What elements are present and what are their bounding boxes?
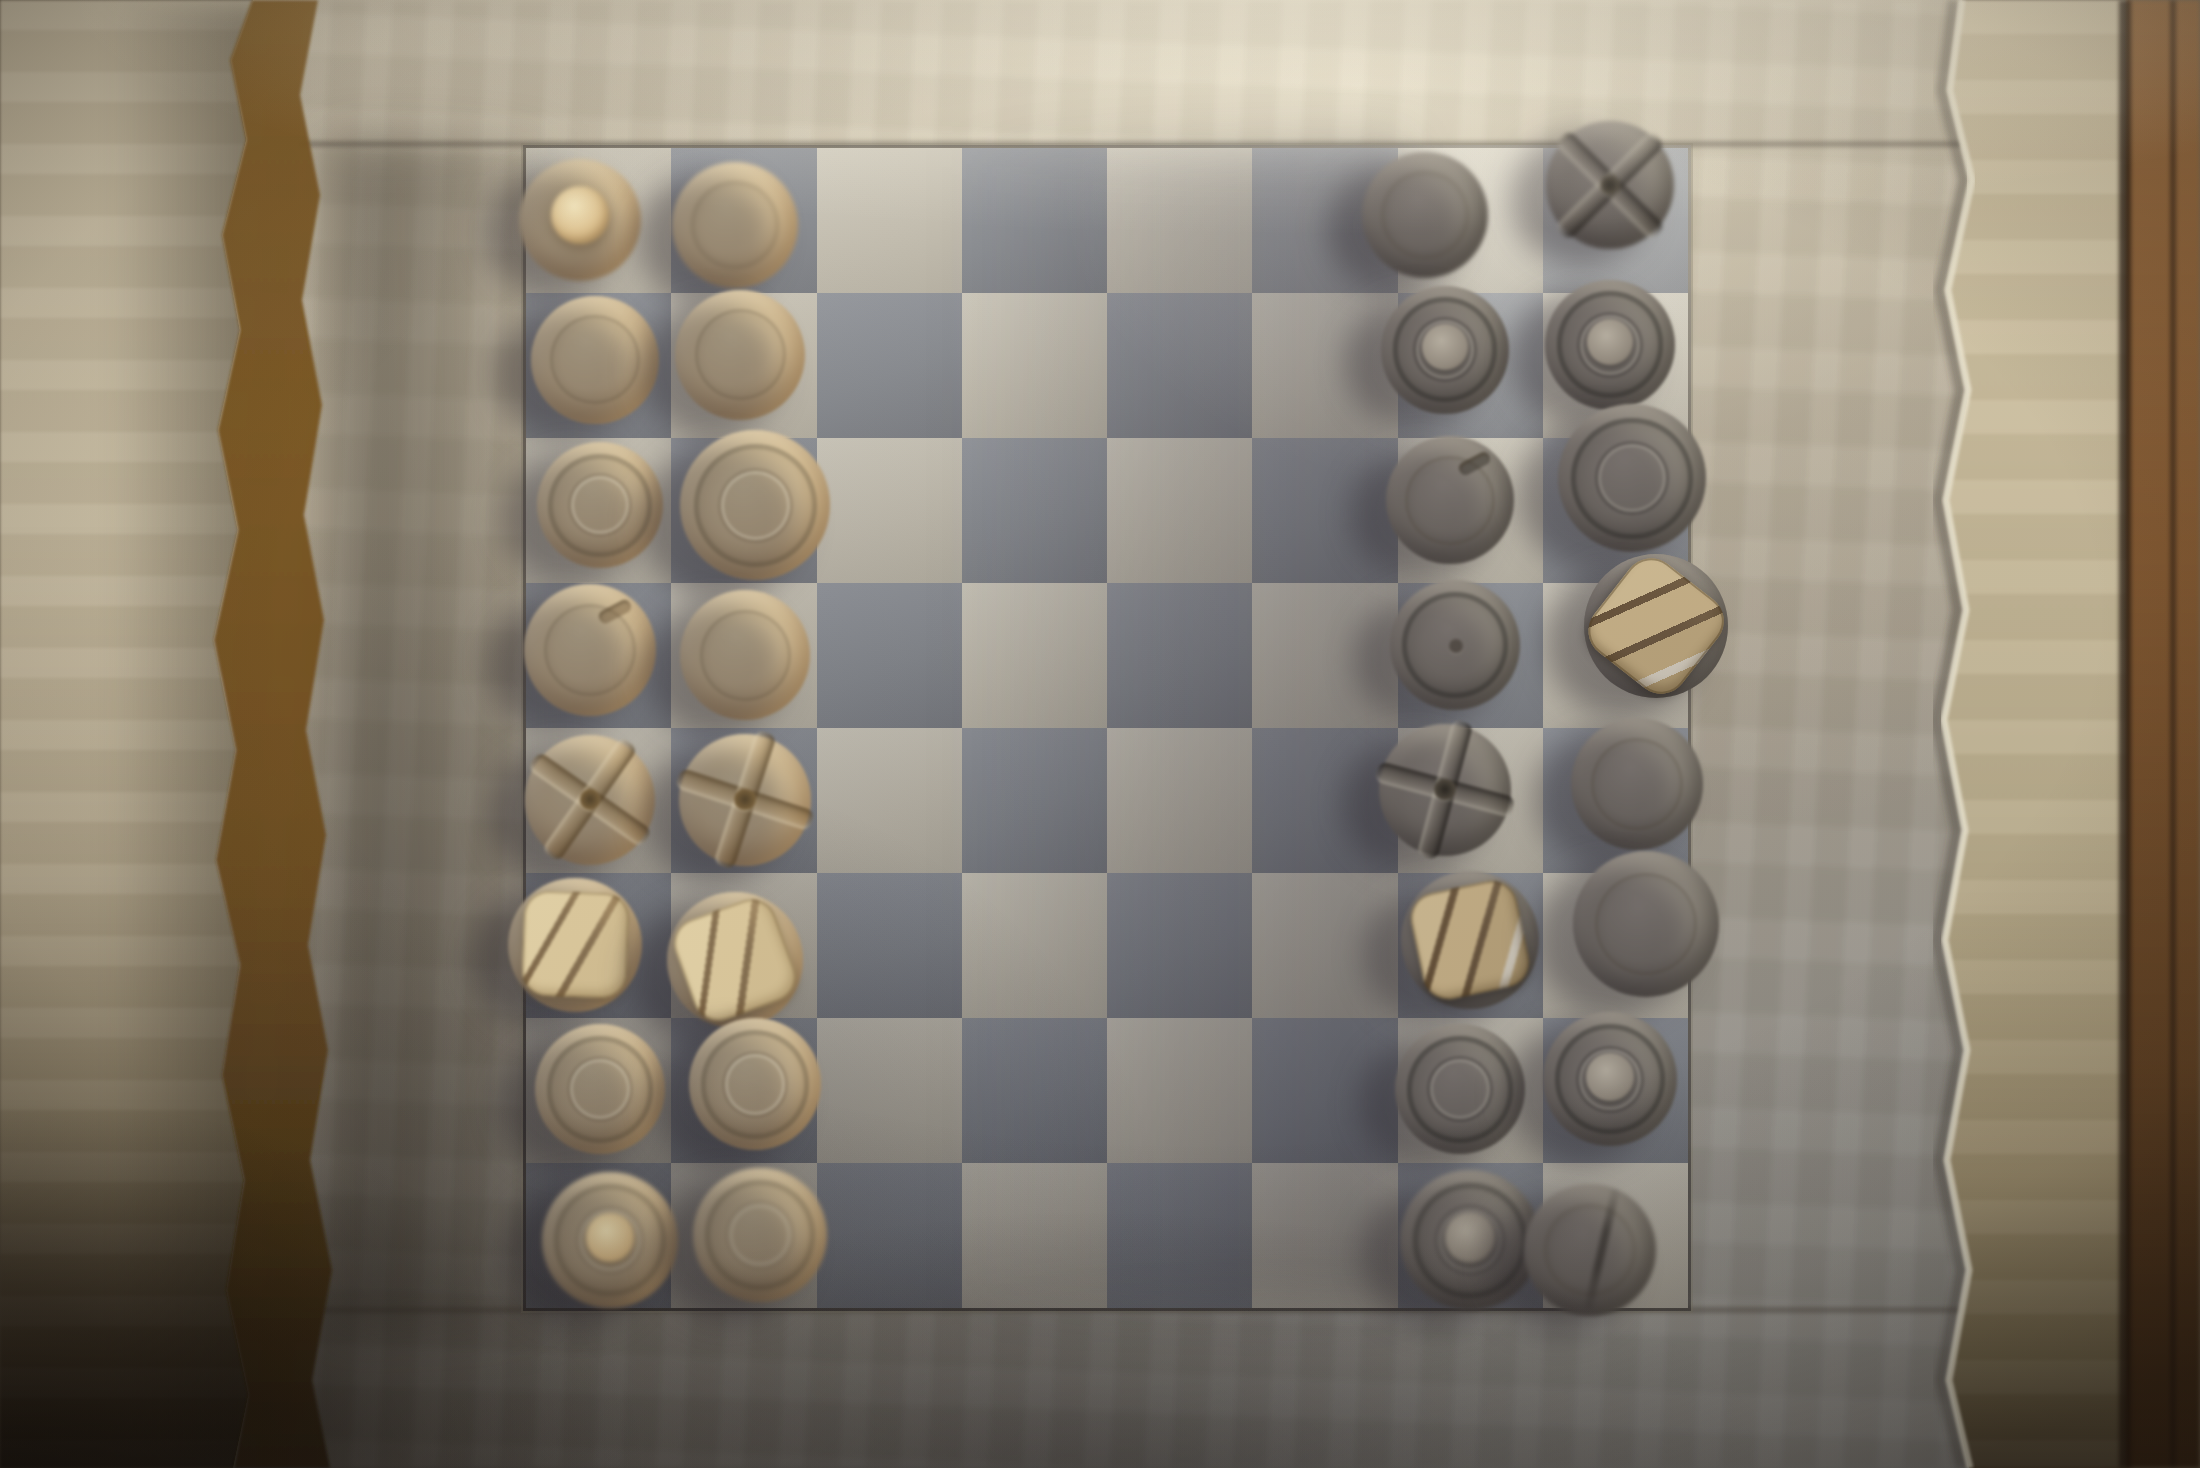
white-knight-glyph: ♘ (508, 878, 642, 1012)
black-pawn[interactable]: ♟ (1395, 1024, 1525, 1154)
black-pawn[interactable]: ♟ (1524, 1184, 1656, 1316)
white-bishop-glyph: ♗ (525, 735, 655, 865)
white-rook-glyph: ♖ (524, 584, 656, 716)
white-king[interactable]: ♔ (519, 159, 641, 281)
black-bishop[interactable]: ♝ (1379, 724, 1511, 856)
black-pawn[interactable]: ♟ (1571, 718, 1703, 850)
black-pawn[interactable]: ♟ (1390, 580, 1520, 710)
white-king-glyph: ♔ (519, 159, 641, 281)
black-pawn[interactable]: ♟ (1362, 152, 1488, 278)
black-bishop-glyph: ♝ (1546, 121, 1674, 249)
white-rook[interactable]: ♖ (524, 584, 656, 716)
white-knight[interactable]: ♘ (667, 892, 803, 1028)
black-king-glyph: ♚ (1558, 404, 1706, 552)
black-knight-glyph: ♞ (1401, 871, 1539, 1009)
white-pawn[interactable]: ♙ (693, 1168, 827, 1302)
overhead-photo-stone-chess-set: ♔♙♙♙♙♕♖♙♗♗♘♘♙♙♖♙♟♝♟♟♟♚♟♞♝♟♞♛♟♜♜♟ (0, 0, 2200, 1468)
white-pawn-glyph: ♙ (672, 162, 798, 288)
pieces-layer: ♔♙♙♙♙♕♖♙♗♗♘♘♙♙♖♙♟♝♟♟♟♚♟♞♝♟♞♛♟♜♜♟ (0, 0, 2200, 1468)
black-queen[interactable]: ♛ (1573, 851, 1719, 997)
wood-plank-gap (2119, 0, 2131, 1468)
white-bishop[interactable]: ♗ (525, 735, 655, 865)
black-pawn-glyph: ♟ (1524, 1184, 1656, 1316)
white-bishop[interactable]: ♗ (679, 734, 811, 866)
black-knight-glyph: ♞ (1584, 554, 1728, 698)
black-pawn-glyph: ♟ (1381, 286, 1509, 414)
white-pawn[interactable]: ♙ (675, 290, 805, 420)
white-knight[interactable]: ♘ (508, 878, 642, 1012)
white-pawn-glyph: ♙ (535, 1024, 665, 1154)
black-knight[interactable]: ♞ (1401, 871, 1539, 1009)
white-pawn-glyph: ♙ (680, 590, 810, 720)
black-pawn-glyph: ♟ (1545, 280, 1675, 410)
black-pawn[interactable]: ♟ (1386, 436, 1514, 564)
black-pawn-glyph: ♟ (1362, 152, 1488, 278)
white-bishop-glyph: ♗ (679, 734, 811, 866)
stone-slab: ♔♙♙♙♙♕♖♙♗♗♘♘♙♙♖♙♟♝♟♟♟♚♟♞♝♟♞♛♟♜♜♟ (0, 0, 2200, 1468)
white-pawn[interactable]: ♙ (672, 162, 798, 288)
black-king[interactable]: ♚ (1558, 404, 1706, 552)
black-rook-glyph: ♜ (1543, 1012, 1677, 1146)
black-bishop[interactable]: ♝ (1546, 121, 1674, 249)
white-pawn-glyph: ♙ (675, 290, 805, 420)
white-pawn[interactable]: ♙ (680, 590, 810, 720)
black-pawn[interactable]: ♟ (1381, 286, 1509, 414)
black-knight[interactable]: ♞ (1584, 554, 1728, 698)
white-queen[interactable]: ♕ (680, 430, 830, 580)
black-pawn-glyph: ♟ (1395, 1024, 1525, 1154)
black-rook[interactable]: ♜ (1543, 1012, 1677, 1146)
black-pawn-glyph: ♟ (1571, 718, 1703, 850)
black-pawn-glyph: ♟ (1386, 436, 1514, 564)
black-queen-glyph: ♛ (1573, 851, 1719, 997)
white-pawn-glyph: ♙ (689, 1018, 821, 1150)
white-knight-glyph: ♘ (667, 892, 803, 1028)
white-pawn[interactable]: ♙ (689, 1018, 821, 1150)
black-pawn[interactable]: ♟ (1545, 280, 1675, 410)
white-queen-glyph: ♕ (680, 430, 830, 580)
black-pawn-glyph: ♟ (1390, 580, 1520, 710)
black-bishop-glyph: ♝ (1379, 724, 1511, 856)
white-pawn[interactable]: ♙ (535, 1024, 665, 1154)
white-pawn-glyph: ♙ (693, 1168, 827, 1302)
